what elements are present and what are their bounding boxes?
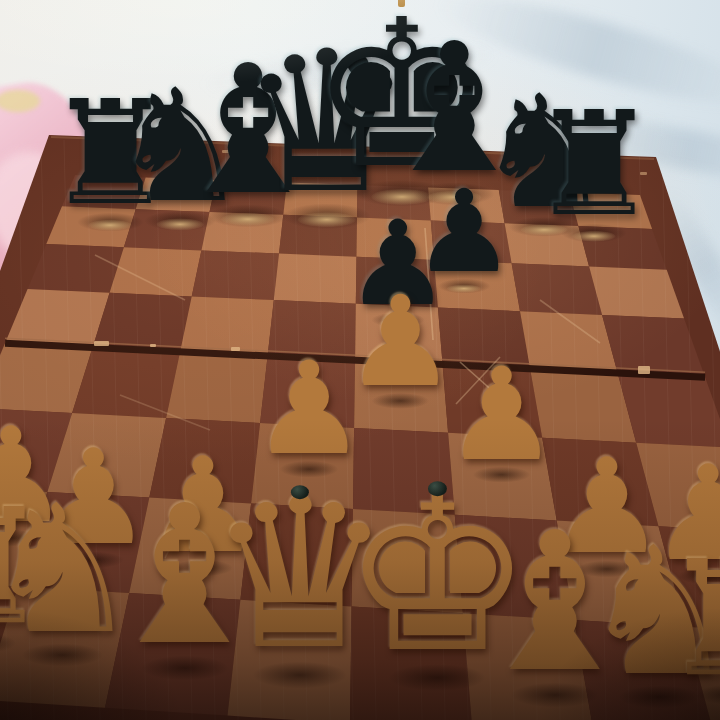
dark-finial — [428, 481, 447, 496]
photo-scene: ♜♞♝♛♚♝♞♜♟♟♟♟♟♟♟♟♟♟♜♞♝♛♚♝♞♜ — [0, 0, 720, 720]
piece-black-rook-h8: ♜ — [530, 94, 659, 235]
pieces-layer: ♜♞♝♛♚♝♞♜♟♟♟♟♟♟♟♟♟♟♜♞♝♛♚♝♞♜ — [0, 0, 720, 720]
white-rook-icon: ♜ — [660, 541, 720, 697]
piece-white-rook-h1: ♜ — [660, 541, 720, 697]
black-rook-icon: ♜ — [530, 94, 659, 235]
dark-finial — [291, 485, 310, 499]
